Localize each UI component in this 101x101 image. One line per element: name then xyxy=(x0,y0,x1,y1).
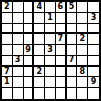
cell-r9c6[interactable] xyxy=(56,88,67,99)
cell-r3c5[interactable] xyxy=(45,24,56,35)
cell-r3c3[interactable] xyxy=(24,24,35,35)
cell-r5c8[interactable] xyxy=(77,45,88,56)
cell-r8c5[interactable] xyxy=(45,77,56,88)
cell-r8c3[interactable] xyxy=(24,77,35,88)
cell-r5c9[interactable] xyxy=(88,45,99,56)
cell-r7c4[interactable]: 2 xyxy=(34,67,45,78)
cell-r2c2[interactable] xyxy=(13,13,24,24)
cell-r1c8[interactable] xyxy=(77,2,88,13)
cell-r7c9[interactable] xyxy=(88,67,99,78)
cell-r3c9[interactable] xyxy=(88,24,99,35)
cell-r3c7[interactable] xyxy=(67,24,78,35)
cell-r1c7[interactable]: 5 xyxy=(67,2,78,13)
cell-r1c3[interactable] xyxy=(24,2,35,13)
cell-r7c8[interactable]: 8 xyxy=(77,67,88,78)
cell-r6c7[interactable]: 7 xyxy=(67,56,78,67)
cell-r5c7[interactable] xyxy=(67,45,78,56)
cell-r9c4[interactable] xyxy=(34,88,45,99)
cell-r7c3[interactable] xyxy=(24,67,35,78)
cell-r8c6[interactable] xyxy=(56,77,67,88)
cell-r2c1[interactable] xyxy=(2,13,13,24)
cell-r6c2[interactable]: 3 xyxy=(13,56,24,67)
cell-r4c4[interactable] xyxy=(34,34,45,45)
cell-r7c5[interactable] xyxy=(45,67,56,78)
cell-r8c7[interactable] xyxy=(67,77,78,88)
cell-r6c1[interactable] xyxy=(2,56,13,67)
cell-r6c4[interactable] xyxy=(34,56,45,67)
cell-r6c9[interactable] xyxy=(88,56,99,67)
cell-r4c5[interactable] xyxy=(45,34,56,45)
cell-r2c5[interactable]: 1 xyxy=(45,13,56,24)
cell-r3c4[interactable] xyxy=(34,24,45,35)
sudoku-board: 24651372933772819 xyxy=(0,0,101,101)
cell-r7c2[interactable] xyxy=(13,67,24,78)
cell-r3c2[interactable] xyxy=(13,24,24,35)
cell-r9c9[interactable] xyxy=(88,88,99,99)
cell-r8c4[interactable] xyxy=(34,77,45,88)
cell-r5c2[interactable] xyxy=(13,45,24,56)
cell-r4c2[interactable] xyxy=(13,34,24,45)
cell-r8c9[interactable]: 9 xyxy=(88,77,99,88)
cell-r1c1[interactable]: 2 xyxy=(2,2,13,13)
cell-r6c8[interactable] xyxy=(77,56,88,67)
cell-r2c3[interactable] xyxy=(24,13,35,24)
cell-r9c8[interactable] xyxy=(77,88,88,99)
cell-r2c6[interactable] xyxy=(56,13,67,24)
cell-r2c4[interactable] xyxy=(34,13,45,24)
cell-r4c6[interactable]: 7 xyxy=(56,34,67,45)
cell-r4c1[interactable] xyxy=(2,34,13,45)
cell-r4c8[interactable]: 2 xyxy=(77,34,88,45)
cell-r8c8[interactable] xyxy=(77,77,88,88)
cell-r5c1[interactable] xyxy=(2,45,13,56)
cell-r6c3[interactable] xyxy=(24,56,35,67)
cell-r1c4[interactable]: 4 xyxy=(34,2,45,13)
cell-r4c3[interactable] xyxy=(24,34,35,45)
cell-r5c3[interactable]: 9 xyxy=(24,45,35,56)
cell-r8c1[interactable]: 1 xyxy=(2,77,13,88)
cell-r1c6[interactable]: 6 xyxy=(56,2,67,13)
cell-r6c6[interactable] xyxy=(56,56,67,67)
cell-r5c4[interactable] xyxy=(34,45,45,56)
cell-r3c1[interactable] xyxy=(2,24,13,35)
cell-r9c3[interactable] xyxy=(24,88,35,99)
cell-r7c7[interactable] xyxy=(67,67,78,78)
cell-r3c6[interactable] xyxy=(56,24,67,35)
cell-r1c9[interactable] xyxy=(88,2,99,13)
cell-r5c6[interactable] xyxy=(56,45,67,56)
cell-r9c2[interactable] xyxy=(13,88,24,99)
cell-r4c9[interactable] xyxy=(88,34,99,45)
cell-r2c7[interactable] xyxy=(67,13,78,24)
cell-r7c6[interactable] xyxy=(56,67,67,78)
cell-r9c1[interactable] xyxy=(2,88,13,99)
cell-r9c7[interactable] xyxy=(67,88,78,99)
cell-r2c9[interactable]: 3 xyxy=(88,13,99,24)
cell-r3c8[interactable] xyxy=(77,24,88,35)
cell-r5c5[interactable]: 3 xyxy=(45,45,56,56)
cell-r8c2[interactable] xyxy=(13,77,24,88)
cell-r1c5[interactable] xyxy=(45,2,56,13)
cell-r9c5[interactable] xyxy=(45,88,56,99)
cell-r6c5[interactable] xyxy=(45,56,56,67)
cell-r7c1[interactable]: 7 xyxy=(2,67,13,78)
cell-r4c7[interactable] xyxy=(67,34,78,45)
cell-r1c2[interactable] xyxy=(13,2,24,13)
cell-r2c8[interactable] xyxy=(77,13,88,24)
